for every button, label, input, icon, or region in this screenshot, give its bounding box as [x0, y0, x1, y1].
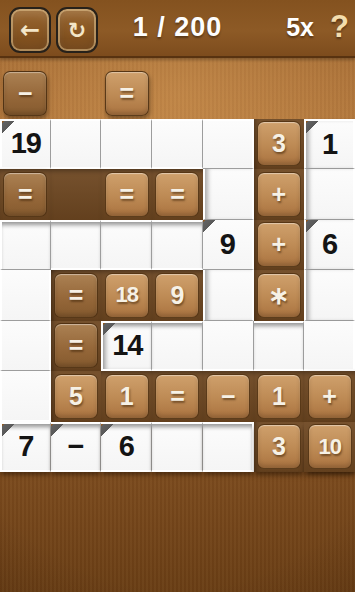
tile-label: 3 [272, 434, 286, 459]
tile-1[interactable]: 1 [257, 374, 301, 419]
piece-backing[interactable] [51, 169, 102, 220]
tile-equals[interactable]: = [54, 273, 98, 318]
tile-equals[interactable]: = [105, 172, 149, 217]
level-counter: 1 / 200 [133, 12, 223, 43]
loose-piece-slot: − [0, 68, 51, 119]
empty-cell[interactable] [0, 321, 51, 372]
tile-9[interactable]: 9 [155, 273, 199, 318]
given-cell-6: 6 [304, 220, 355, 271]
tile-label: = [119, 182, 134, 207]
given-cell-1: 1 [304, 119, 355, 170]
tile-plus[interactable]: + [308, 374, 352, 419]
help-icon[interactable]: ? [330, 9, 349, 45]
placed-piece-cell[interactable]: 5 [51, 371, 102, 422]
given-value: 19 [2, 121, 50, 168]
tile-label: + [272, 232, 287, 257]
given-cell-minus: − [51, 422, 102, 473]
tile-label: 1 [120, 384, 134, 409]
placed-piece-cell[interactable]: + [254, 169, 305, 220]
tile-5[interactable]: 5 [54, 374, 98, 419]
tile-minus[interactable]: − [206, 374, 250, 419]
given-value: 14 [103, 323, 151, 370]
empty-cell[interactable] [203, 119, 254, 170]
given-value: − [51, 424, 101, 471]
refresh-button[interactable]: ↻ [56, 7, 98, 53]
tile-equals[interactable]: = [105, 71, 149, 116]
loose-piece-slot: = [101, 68, 152, 119]
wood-background-cell [51, 68, 102, 119]
tile-label: = [18, 182, 33, 207]
placed-piece-cell[interactable]: = [51, 321, 102, 372]
top-bar: ← ↻ 1 / 200 5x ? [0, 0, 355, 58]
placed-piece-cell[interactable]: 1 [101, 371, 152, 422]
placed-piece-cell[interactable]: = [51, 270, 102, 321]
given-cell-19: 19 [0, 119, 51, 170]
empty-cell[interactable] [0, 220, 51, 271]
given-cell-6: 6 [101, 422, 152, 473]
empty-cell[interactable] [0, 371, 51, 422]
tile-equals[interactable]: = [3, 172, 47, 217]
empty-cell[interactable] [304, 321, 355, 372]
tile-label: − [221, 384, 236, 409]
tile-10[interactable]: 10 [308, 424, 352, 469]
given-cell-9: 9 [203, 220, 254, 271]
given-value: 6 [101, 424, 151, 471]
tile-label: 10 [318, 436, 340, 458]
wood-background-cell [254, 68, 305, 119]
tile-times[interactable]: ∗ [257, 273, 301, 318]
empty-cell[interactable] [101, 220, 152, 271]
empty-cell[interactable] [304, 169, 355, 220]
tile-label: = [69, 283, 84, 308]
placed-piece-cell[interactable]: 18 [101, 270, 152, 321]
empty-cell[interactable] [101, 119, 152, 170]
wood-background-cell [152, 68, 203, 119]
placed-piece-cell[interactable]: = [0, 169, 51, 220]
placed-piece-cell[interactable]: 9 [152, 270, 203, 321]
placed-piece-cell[interactable]: ∗ [254, 270, 305, 321]
given-value: 7 [2, 424, 50, 471]
game-screen: ← ↻ 1 / 200 5x ? −=1931===+9+6=189∗=1451… [0, 0, 355, 592]
tile-plus[interactable]: + [257, 172, 301, 217]
tile-label: = [170, 182, 185, 207]
placed-piece-cell[interactable]: 10 [304, 422, 355, 473]
given-value: 1 [306, 121, 353, 169]
tile-label: 3 [272, 131, 286, 156]
empty-cell[interactable] [254, 321, 305, 372]
tile-18[interactable]: 18 [105, 273, 149, 318]
tile-label: 18 [116, 284, 138, 306]
empty-cell[interactable] [51, 119, 102, 170]
placed-piece-cell[interactable]: 3 [254, 422, 305, 473]
tile-label: ∗ [268, 283, 289, 308]
wood-background-cell [304, 68, 355, 119]
empty-cell[interactable] [152, 422, 203, 473]
placed-piece-cell[interactable]: 1 [254, 371, 305, 422]
tile-label: 5 [69, 384, 83, 409]
refresh-icon: ↻ [68, 18, 86, 43]
tile-label: = [119, 81, 134, 106]
placed-piece-cell[interactable]: + [254, 220, 305, 271]
tile-label: − [18, 81, 33, 106]
tile-minus[interactable]: − [3, 71, 47, 116]
tile-plus[interactable]: + [257, 222, 301, 267]
empty-cell[interactable] [203, 422, 254, 473]
given-value: 6 [306, 220, 353, 270]
placed-piece-cell[interactable]: − [203, 371, 254, 422]
placed-piece-cell[interactable]: = [152, 169, 203, 220]
given-cell-7: 7 [0, 422, 51, 473]
tile-3[interactable]: 3 [257, 424, 301, 469]
tile-3[interactable]: 3 [257, 121, 301, 166]
tile-equals[interactable]: = [54, 323, 98, 368]
tile-label: 9 [171, 283, 185, 308]
given-value: 9 [203, 220, 252, 270]
tile-label: + [272, 182, 287, 207]
empty-cell[interactable] [203, 169, 254, 220]
placed-piece-cell[interactable]: = [152, 371, 203, 422]
empty-cell[interactable] [152, 321, 203, 372]
empty-cell[interactable] [152, 220, 203, 271]
hint-count: 5x [286, 13, 314, 42]
tile-equals[interactable]: = [155, 172, 199, 217]
empty-cell[interactable] [152, 119, 203, 170]
tile-label: = [69, 333, 84, 358]
placed-piece-cell[interactable]: 3 [254, 119, 305, 170]
given-cell-14: 14 [101, 321, 152, 372]
empty-cell[interactable] [51, 220, 102, 271]
back-arrow-icon: ← [20, 16, 40, 44]
empty-cell[interactable] [304, 270, 355, 321]
tile-label: = [170, 384, 185, 409]
back-button[interactable]: ← [9, 7, 51, 53]
placed-piece-cell[interactable]: = [101, 169, 152, 220]
tile-equals[interactable]: = [155, 374, 199, 419]
empty-cell[interactable] [203, 321, 254, 372]
puzzle-board: −=1931===+9+6=189∗=1451=−1+7−6310 [0, 68, 355, 472]
placed-piece-cell[interactable]: + [304, 371, 355, 422]
tile-1[interactable]: 1 [105, 374, 149, 419]
empty-cell[interactable] [203, 270, 254, 321]
tile-label: 1 [272, 384, 286, 409]
empty-cell[interactable] [0, 270, 51, 321]
wood-background-cell [203, 68, 254, 119]
tile-label: + [322, 384, 337, 409]
